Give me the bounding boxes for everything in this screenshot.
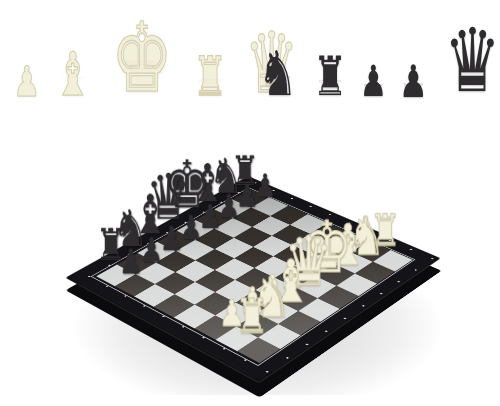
- black-display-pieces: ♞♞♜♜♟♟♟♟♛♛♚♚: [248, 10, 492, 102]
- black-pawn-glyph: ♟: [398, 61, 427, 102]
- white-pawn-display: ♟♟: [8, 63, 46, 102]
- white-rook: ♜: [235, 293, 269, 341]
- black-pawn: ♟: [119, 244, 144, 278]
- white-bishop-display: ♝♝: [46, 47, 100, 102]
- white-display-pieces: ♟♟♝♝♚♚♜♜♛♛: [6, 10, 238, 102]
- black-knight-glyph: ♞: [258, 45, 298, 102]
- white-king-glyph: ♚: [112, 14, 174, 102]
- black-knight-display: ♞♞: [250, 45, 306, 102]
- black-pawn-display: ♟♟: [393, 61, 433, 102]
- white-bishop-glyph: ♝: [53, 47, 92, 102]
- white-rook-glyph: ♜: [192, 52, 227, 102]
- white-king-display: ♚♚: [99, 14, 185, 102]
- black-queen-display: ♛♛: [433, 21, 500, 102]
- black-pawn-glyph: ♟: [359, 62, 387, 102]
- white-pawn-glyph: ♟: [13, 63, 40, 102]
- black-queen-glyph: ♛: [444, 21, 500, 102]
- black-pawn-display: ♟♟: [354, 62, 393, 102]
- black-rook-glyph: ♜: [312, 52, 347, 102]
- product-photo: ♟♟♝♝♚♚♜♜♛♛ ♞♞♜♜♟♟♟♟♛♛♚♚ ♜♞♝♛♚♝♞♜♟♟♟♟♟♟♟♟…: [0, 0, 500, 406]
- black-rook-display: ♜♜: [306, 52, 354, 102]
- white-rook-display: ♜♜: [186, 52, 234, 102]
